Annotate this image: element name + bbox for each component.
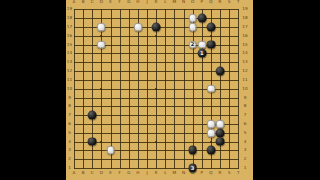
- coord-label-left: 13: [67, 60, 72, 64]
- black-stone[interactable]: [216, 128, 225, 137]
- white-stone[interactable]: [188, 22, 197, 31]
- coord-label-left: 17: [67, 25, 72, 29]
- coord-label-top: D: [100, 0, 103, 4]
- coord-label-top: P: [201, 0, 204, 4]
- coord-label-left: 4: [68, 140, 71, 144]
- coord-label-left: 1: [68, 166, 71, 170]
- coord-label-left: 8: [68, 104, 71, 108]
- coord-label-right: 9: [244, 95, 247, 99]
- coord-label-top: J: [146, 0, 147, 4]
- coord-label-top: M: [173, 0, 177, 4]
- black-stone[interactable]: 3: [188, 164, 197, 173]
- coord-label-right: 11: [242, 78, 247, 82]
- coord-label-right: 5: [244, 131, 247, 135]
- grid-line-horizontal: [74, 115, 239, 116]
- coord-label-right: 4: [244, 140, 247, 144]
- coord-label-top: E: [109, 0, 112, 4]
- coord-label-right: 1: [244, 166, 247, 170]
- coord-label-right: 16: [242, 34, 247, 38]
- coord-label-left: 14: [67, 51, 72, 55]
- black-stone[interactable]: [188, 146, 197, 155]
- coord-label-bottom: L: [164, 170, 166, 174]
- coord-label-left: 5: [68, 131, 71, 135]
- coord-label-right: 18: [242, 16, 247, 20]
- coord-label-top: O: [191, 0, 194, 4]
- coord-label-left: 16: [67, 34, 72, 38]
- coord-label-top: C: [91, 0, 94, 4]
- letterbox-right: [253, 0, 320, 180]
- coord-label-top: A: [73, 0, 76, 4]
- coord-label-right: 19: [242, 7, 247, 11]
- coord-label-bottom: Q: [209, 170, 212, 174]
- star-point: [210, 35, 212, 37]
- coord-label-top: F: [118, 0, 120, 4]
- star-point: [100, 88, 102, 90]
- coord-label-left: 2: [68, 157, 71, 161]
- go-board[interactable]: AABBCCDDEEFFGGHHJJKKLLMMNNOOPPQQRRSSTT19…: [66, 0, 253, 180]
- move-number-label: 1: [200, 51, 204, 56]
- move-number-label: 2: [191, 42, 195, 47]
- star-point: [155, 35, 157, 37]
- coord-label-right: 12: [242, 69, 247, 73]
- grid-line-horizontal: [74, 159, 239, 160]
- white-stone[interactable]: [97, 22, 106, 31]
- white-stone[interactable]: [207, 128, 216, 137]
- coord-label-left: 9: [68, 95, 71, 99]
- coord-label-bottom: H: [136, 170, 139, 174]
- black-stone[interactable]: [207, 146, 216, 155]
- coord-label-bottom: F: [118, 170, 120, 174]
- grid-line-horizontal: [74, 98, 239, 99]
- coord-label-top: R: [219, 0, 222, 4]
- white-stone[interactable]: [134, 22, 143, 31]
- black-stone[interactable]: 1: [197, 49, 206, 58]
- white-stone[interactable]: [188, 14, 197, 23]
- move-number-label: 3: [191, 166, 195, 171]
- black-stone[interactable]: [207, 40, 216, 49]
- black-stone[interactable]: [197, 14, 206, 23]
- star-point: [210, 141, 212, 143]
- coord-label-right: 15: [242, 42, 247, 46]
- coord-label-right: 2: [244, 157, 247, 161]
- grid-line-vertical: [238, 9, 239, 169]
- coord-label-bottom: J: [146, 170, 147, 174]
- coord-label-right: 17: [242, 25, 247, 29]
- coord-label-left: 18: [67, 16, 72, 20]
- coord-label-bottom: M: [173, 170, 177, 174]
- grid-line-vertical: [184, 9, 185, 169]
- coord-label-left: 11: [67, 78, 72, 82]
- grid-line-vertical: [202, 9, 203, 169]
- coord-label-left: 12: [67, 69, 72, 73]
- coord-label-right: 3: [244, 148, 247, 152]
- coord-label-right: 13: [242, 60, 247, 64]
- white-stone[interactable]: [216, 120, 225, 129]
- white-stone[interactable]: [207, 120, 216, 129]
- coord-label-bottom: B: [82, 170, 85, 174]
- black-stone[interactable]: [88, 111, 97, 120]
- black-stone[interactable]: [207, 22, 216, 31]
- letterbox-left: [0, 0, 66, 180]
- coord-label-top: G: [127, 0, 130, 4]
- coord-label-left: 6: [68, 122, 71, 126]
- coord-label-bottom: S: [228, 170, 231, 174]
- coord-label-top: T: [237, 0, 240, 4]
- coord-label-bottom: E: [109, 170, 112, 174]
- coord-label-right: 6: [244, 122, 247, 126]
- coord-label-left: 10: [67, 87, 72, 91]
- coord-label-bottom: D: [100, 170, 103, 174]
- grid-line-horizontal: [74, 106, 239, 107]
- coord-label-right: 8: [244, 104, 247, 108]
- white-stone[interactable]: 2: [188, 40, 197, 49]
- coord-label-right: 7: [244, 113, 247, 117]
- coord-label-left: 15: [67, 42, 72, 46]
- coord-label-bottom: K: [155, 170, 158, 174]
- white-stone[interactable]: [197, 40, 206, 49]
- white-stone[interactable]: [207, 84, 216, 93]
- coord-label-left: 19: [67, 7, 72, 11]
- coord-label-bottom: G: [127, 170, 130, 174]
- white-stone[interactable]: [106, 146, 115, 155]
- coord-label-bottom: A: [73, 170, 76, 174]
- coord-label-top: L: [164, 0, 166, 4]
- white-stone[interactable]: [97, 40, 106, 49]
- star-point: [155, 141, 157, 143]
- coord-label-bottom: R: [219, 170, 222, 174]
- coord-label-top: K: [155, 0, 158, 4]
- grid-line-vertical: [229, 9, 230, 169]
- coord-label-top: S: [228, 0, 231, 4]
- coord-label-bottom: N: [182, 170, 185, 174]
- black-stone[interactable]: [216, 137, 225, 146]
- coord-label-bottom: P: [201, 170, 204, 174]
- coord-label-bottom: T: [237, 170, 240, 174]
- star-point: [155, 88, 157, 90]
- coord-label-top: N: [182, 0, 185, 4]
- coord-label-right: 14: [242, 51, 247, 55]
- coord-label-left: 3: [68, 148, 71, 152]
- grid-line-vertical: [165, 9, 166, 169]
- star-point: [100, 35, 102, 37]
- black-stone[interactable]: [152, 22, 161, 31]
- screenshot-root: AABBCCDDEEFFGGHHJJKKLLMMNNOOPPQQRRSSTT19…: [0, 0, 320, 180]
- coord-label-top: Q: [209, 0, 212, 4]
- coord-label-right: 10: [242, 87, 247, 91]
- grid-line-vertical: [174, 9, 175, 169]
- coord-label-left: 7: [68, 113, 71, 117]
- coord-label-top: H: [136, 0, 139, 4]
- black-stone[interactable]: [216, 67, 225, 76]
- coord-label-top: B: [82, 0, 85, 4]
- star-point: [100, 141, 102, 143]
- black-stone[interactable]: [88, 137, 97, 146]
- coord-label-bottom: C: [91, 170, 94, 174]
